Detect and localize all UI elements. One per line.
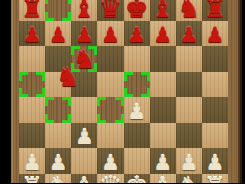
white-pawn-a2[interactable]: ♟ (23, 153, 42, 174)
square-e1[interactable]: ♚ (124, 174, 150, 184)
white-knight-g1[interactable]: ♞ (178, 174, 200, 183)
square-g8[interactable]: ♞ (176, 0, 202, 21)
red-pawn-e7[interactable]: ♟ (127, 25, 146, 46)
square-e5[interactable] (124, 72, 150, 98)
white-rook-h1[interactable]: ♜ (204, 174, 226, 183)
square-a7[interactable]: ♟ (19, 21, 45, 47)
square-h3[interactable] (202, 123, 228, 149)
white-queen-d1[interactable]: ♛ (99, 173, 122, 183)
red-pawn-c7[interactable]: ♟ (75, 25, 94, 46)
square-a2[interactable]: ♟ (19, 148, 45, 174)
square-g3[interactable] (176, 123, 202, 149)
white-king-e1[interactable]: ♚ (125, 173, 148, 183)
square-f6[interactable] (150, 46, 176, 72)
white-knight-b1[interactable]: ♞ (47, 174, 69, 183)
square-a5[interactable] (19, 72, 45, 98)
square-e2[interactable] (124, 148, 150, 174)
red-pawn-d7[interactable]: ♟ (101, 25, 120, 46)
white-pawn-b2[interactable]: ♟ (49, 153, 68, 174)
square-d3[interactable] (97, 123, 123, 149)
dragged-red-knight-piece[interactable]: ♞ (56, 64, 79, 90)
square-b7[interactable]: ♟ (45, 21, 71, 47)
red-queen-d8[interactable]: ♛ (99, 0, 122, 21)
square-f5[interactable] (150, 72, 176, 98)
square-f3[interactable] (150, 123, 176, 149)
square-e4[interactable]: ♟ (124, 97, 150, 123)
square-c4[interactable] (71, 97, 97, 123)
chess-board[interactable]: ♜♝♛♚♝♞♜♟♟♟♟♟♟♟♟♞♟♟♟♟♟♟♟♟♜♞♝♛♚♝♞♜ (19, 0, 228, 183)
square-c8[interactable]: ♝ (71, 0, 97, 21)
square-h2[interactable]: ♟ (202, 148, 228, 174)
white-pawn-c3[interactable]: ♟ (75, 127, 94, 148)
square-e3[interactable] (124, 123, 150, 149)
square-g2[interactable]: ♟ (176, 148, 202, 174)
square-b8[interactable] (45, 0, 71, 21)
square-c1[interactable]: ♝ (71, 174, 97, 184)
red-pawn-f7[interactable]: ♟ (153, 25, 172, 46)
square-c3[interactable]: ♟ (71, 123, 97, 149)
square-f8[interactable]: ♝ (150, 0, 176, 21)
square-g6[interactable] (176, 46, 202, 72)
square-c7[interactable]: ♟ (71, 21, 97, 47)
square-h7[interactable]: ♟ (202, 21, 228, 47)
red-pawn-a7[interactable]: ♟ (23, 25, 42, 46)
square-b1[interactable]: ♞ (45, 174, 71, 184)
red-king-e8[interactable]: ♚ (125, 0, 148, 21)
square-e8[interactable]: ♚ (124, 0, 150, 21)
square-d1[interactable]: ♛ (97, 174, 123, 184)
red-knight-g8[interactable]: ♞ (178, 0, 200, 21)
white-pawn-e4[interactable]: ♟ (127, 102, 146, 123)
red-bishop-f8[interactable]: ♝ (151, 0, 173, 21)
square-h6[interactable] (202, 46, 228, 72)
square-d2[interactable]: ♟ (97, 148, 123, 174)
square-h4[interactable] (202, 97, 228, 123)
square-d8[interactable]: ♛ (97, 0, 123, 21)
square-g7[interactable]: ♟ (176, 21, 202, 47)
square-d5[interactable] (97, 72, 123, 98)
square-e6[interactable] (124, 46, 150, 72)
square-h8[interactable]: ♜ (202, 0, 228, 21)
red-bishop-c8[interactable]: ♝ (73, 0, 95, 21)
square-b3[interactable] (45, 123, 71, 149)
square-c2[interactable] (71, 148, 97, 174)
square-g1[interactable]: ♞ (176, 174, 202, 184)
square-b2[interactable]: ♟ (45, 148, 71, 174)
white-pawn-f2[interactable]: ♟ (153, 153, 172, 174)
square-d6[interactable] (97, 46, 123, 72)
square-h1[interactable]: ♜ (202, 174, 228, 184)
square-f2[interactable]: ♟ (150, 148, 176, 174)
square-f1[interactable]: ♝ (150, 174, 176, 184)
white-bishop-c1[interactable]: ♝ (73, 174, 95, 183)
square-f7[interactable]: ♟ (150, 21, 176, 47)
red-pawn-h7[interactable]: ♟ (206, 25, 225, 46)
square-g4[interactable] (176, 97, 202, 123)
square-a1[interactable]: ♜ (19, 174, 45, 184)
red-rook-h8[interactable]: ♜ (204, 0, 226, 21)
square-a4[interactable] (19, 97, 45, 123)
white-rook-a1[interactable]: ♜ (21, 174, 43, 183)
square-f4[interactable] (150, 97, 176, 123)
square-a8[interactable]: ♜ (19, 0, 45, 21)
square-h5[interactable] (202, 72, 228, 98)
square-a6[interactable] (19, 46, 45, 72)
square-a3[interactable] (19, 123, 45, 149)
square-d4[interactable] (97, 97, 123, 123)
square-g5[interactable] (176, 72, 202, 98)
chess-app-window: ♜♝♛♚♝♞♜♟♟♟♟♟♟♟♟♞♟♟♟♟♟♟♟♟♜♞♝♛♚♝♞♜ ♞ (0, 0, 245, 183)
white-pawn-h2[interactable]: ♟ (206, 153, 225, 174)
white-bishop-f1[interactable]: ♝ (151, 174, 173, 183)
square-e7[interactable]: ♟ (124, 21, 150, 47)
square-b4[interactable] (45, 97, 71, 123)
square-d7[interactable]: ♟ (97, 21, 123, 47)
red-rook-a8[interactable]: ♜ (21, 0, 43, 21)
white-pawn-g2[interactable]: ♟ (179, 153, 198, 174)
red-pawn-b7[interactable]: ♟ (49, 25, 68, 46)
red-pawn-g7[interactable]: ♟ (179, 25, 198, 46)
